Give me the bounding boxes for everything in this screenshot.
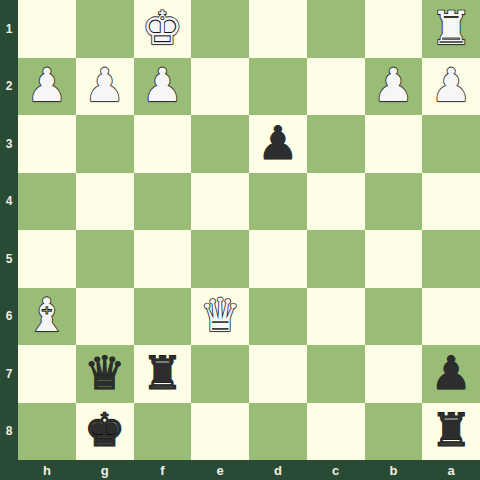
piece-white-pawn[interactable]: ♟ — [84, 62, 125, 108]
square-b8[interactable] — [365, 403, 423, 461]
square-b7[interactable] — [365, 345, 423, 403]
square-c6[interactable] — [307, 288, 365, 346]
file-label-h: h — [18, 460, 76, 480]
board-frame-corner — [0, 460, 18, 480]
file-label-c: c — [307, 460, 365, 480]
square-f2[interactable]: ♟ — [134, 58, 192, 116]
square-a1[interactable]: ♜ — [422, 0, 480, 58]
square-e6[interactable]: ♛ — [191, 288, 249, 346]
square-d6[interactable] — [249, 288, 307, 346]
square-f6[interactable] — [134, 288, 192, 346]
square-h8[interactable] — [18, 403, 76, 461]
file-label-g: g — [76, 460, 134, 480]
rank-label-3: 3 — [0, 115, 18, 173]
square-e4[interactable] — [191, 173, 249, 231]
square-g4[interactable] — [76, 173, 134, 231]
square-d2[interactable] — [249, 58, 307, 116]
square-d4[interactable] — [249, 173, 307, 231]
square-a6[interactable] — [422, 288, 480, 346]
square-g7[interactable]: ♛ — [76, 345, 134, 403]
square-a2[interactable]: ♟ — [422, 58, 480, 116]
square-h2[interactable]: ♟ — [18, 58, 76, 116]
square-a7[interactable]: ♟ — [422, 345, 480, 403]
square-b3[interactable] — [365, 115, 423, 173]
piece-white-king[interactable]: ♚ — [142, 5, 183, 51]
piece-white-queen[interactable]: ♛ — [200, 292, 241, 338]
square-c2[interactable] — [307, 58, 365, 116]
square-h6[interactable]: ♝ — [18, 288, 76, 346]
chess-board: 1♚♜2♟♟♟♟♟3♟456♝♛7♛♜♟8♚♜hgfedcba — [0, 0, 480, 480]
piece-black-rook[interactable]: ♜ — [431, 407, 472, 453]
square-f3[interactable] — [134, 115, 192, 173]
square-f8[interactable] — [134, 403, 192, 461]
square-h4[interactable] — [18, 173, 76, 231]
square-e7[interactable] — [191, 345, 249, 403]
square-b4[interactable] — [365, 173, 423, 231]
rank-label-4: 4 — [0, 173, 18, 231]
piece-white-pawn[interactable]: ♟ — [26, 62, 67, 108]
square-c1[interactable] — [307, 0, 365, 58]
square-g1[interactable] — [76, 0, 134, 58]
file-label-d: d — [249, 460, 307, 480]
piece-black-king[interactable]: ♚ — [84, 407, 125, 453]
square-a4[interactable] — [422, 173, 480, 231]
square-c7[interactable] — [307, 345, 365, 403]
square-a8[interactable]: ♜ — [422, 403, 480, 461]
file-label-f: f — [134, 460, 192, 480]
square-a5[interactable] — [422, 230, 480, 288]
rank-label-6: 6 — [0, 288, 18, 346]
square-e3[interactable] — [191, 115, 249, 173]
square-f4[interactable] — [134, 173, 192, 231]
piece-white-pawn[interactable]: ♟ — [431, 62, 472, 108]
piece-white-pawn[interactable]: ♟ — [142, 62, 183, 108]
square-f1[interactable]: ♚ — [134, 0, 192, 58]
square-g5[interactable] — [76, 230, 134, 288]
square-d5[interactable] — [249, 230, 307, 288]
square-g6[interactable] — [76, 288, 134, 346]
rank-label-1: 1 — [0, 0, 18, 58]
square-b5[interactable] — [365, 230, 423, 288]
square-e2[interactable] — [191, 58, 249, 116]
square-f7[interactable]: ♜ — [134, 345, 192, 403]
piece-white-rook[interactable]: ♜ — [431, 5, 472, 51]
piece-black-rook[interactable]: ♜ — [142, 350, 183, 396]
square-d1[interactable] — [249, 0, 307, 58]
square-b6[interactable] — [365, 288, 423, 346]
rank-label-7: 7 — [0, 345, 18, 403]
piece-black-pawn[interactable]: ♟ — [257, 120, 298, 166]
square-d3[interactable]: ♟ — [249, 115, 307, 173]
piece-white-bishop[interactable]: ♝ — [26, 292, 67, 338]
file-label-a: a — [422, 460, 480, 480]
square-c3[interactable] — [307, 115, 365, 173]
rank-label-2: 2 — [0, 58, 18, 116]
square-a3[interactable] — [422, 115, 480, 173]
square-h1[interactable] — [18, 0, 76, 58]
square-c5[interactable] — [307, 230, 365, 288]
square-d7[interactable] — [249, 345, 307, 403]
piece-black-pawn[interactable]: ♟ — [431, 350, 472, 396]
square-c8[interactable] — [307, 403, 365, 461]
square-f5[interactable] — [134, 230, 192, 288]
rank-label-8: 8 — [0, 403, 18, 461]
square-g3[interactable] — [76, 115, 134, 173]
piece-white-pawn[interactable]: ♟ — [373, 62, 414, 108]
square-b1[interactable] — [365, 0, 423, 58]
square-h7[interactable] — [18, 345, 76, 403]
square-e5[interactable] — [191, 230, 249, 288]
square-d8[interactable] — [249, 403, 307, 461]
square-e1[interactable] — [191, 0, 249, 58]
square-g8[interactable]: ♚ — [76, 403, 134, 461]
square-g2[interactable]: ♟ — [76, 58, 134, 116]
piece-black-queen[interactable]: ♛ — [84, 350, 125, 396]
square-h5[interactable] — [18, 230, 76, 288]
rank-label-5: 5 — [0, 230, 18, 288]
file-label-e: e — [191, 460, 249, 480]
file-label-b: b — [365, 460, 423, 480]
square-c4[interactable] — [307, 173, 365, 231]
square-h3[interactable] — [18, 115, 76, 173]
square-e8[interactable] — [191, 403, 249, 461]
square-b2[interactable]: ♟ — [365, 58, 423, 116]
